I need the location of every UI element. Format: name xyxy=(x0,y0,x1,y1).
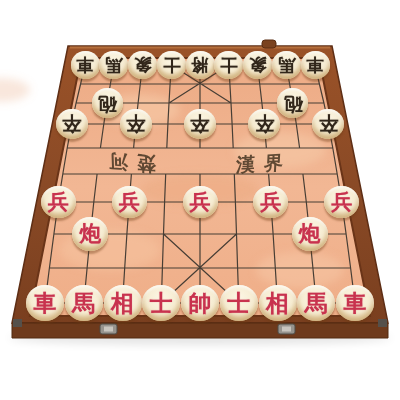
piece-red-soldier[interactable]: 兵 xyxy=(183,186,218,219)
piece-character: 兵 xyxy=(331,191,352,212)
piece-black-elephant[interactable]: 象 xyxy=(243,51,272,78)
piece-character: 相 xyxy=(111,292,134,315)
piece-character: 車 xyxy=(34,292,57,315)
piece-red-cannon[interactable]: 炮 xyxy=(292,217,328,251)
piece-red-cannon[interactable]: 炮 xyxy=(72,217,108,251)
piece-character: 士 xyxy=(163,56,180,73)
piece-character: 馬 xyxy=(305,292,328,315)
piece-black-chariot[interactable]: 車 xyxy=(71,51,100,78)
piece-character: 兵 xyxy=(119,191,140,212)
piece-red-advisor[interactable]: 士 xyxy=(142,285,180,321)
piece-black-horse[interactable]: 馬 xyxy=(272,51,301,78)
piece-red-horse[interactable]: 馬 xyxy=(297,285,335,321)
piece-black-advisor[interactable]: 士 xyxy=(157,51,186,78)
piece-black-soldier[interactable]: 卒 xyxy=(184,109,216,139)
piece-character: 象 xyxy=(134,56,151,73)
piece-character: 卒 xyxy=(190,114,209,133)
piece-red-soldier[interactable]: 兵 xyxy=(324,186,359,219)
piece-character: 車 xyxy=(306,56,323,73)
pieces-layer: 車馬象士將士象馬車砲砲卒卒卒卒卒兵兵兵兵兵炮炮車馬相士帥士相馬車 xyxy=(0,0,400,400)
piece-character: 士 xyxy=(227,292,250,315)
piece-red-chariot[interactable]: 車 xyxy=(26,285,64,321)
piece-character: 卒 xyxy=(126,114,145,133)
piece-black-soldier[interactable]: 卒 xyxy=(312,109,344,139)
piece-red-soldier[interactable]: 兵 xyxy=(41,186,76,219)
piece-red-elephant[interactable]: 相 xyxy=(104,285,142,321)
piece-character: 卒 xyxy=(319,114,338,133)
piece-black-cannon[interactable]: 砲 xyxy=(277,88,308,117)
piece-character: 兵 xyxy=(48,191,69,212)
piece-character: 卒 xyxy=(255,114,274,133)
piece-character: 砲 xyxy=(98,94,117,113)
piece-character: 卒 xyxy=(62,114,81,133)
piece-red-advisor[interactable]: 士 xyxy=(220,285,258,321)
piece-red-elephant[interactable]: 相 xyxy=(259,285,297,321)
piece-red-general[interactable]: 帥 xyxy=(181,285,219,321)
piece-character: 士 xyxy=(150,292,173,315)
piece-character: 將 xyxy=(191,56,208,73)
piece-character: 兵 xyxy=(190,191,211,212)
piece-red-chariot[interactable]: 車 xyxy=(336,285,374,321)
piece-black-general[interactable]: 將 xyxy=(186,51,215,78)
piece-black-advisor[interactable]: 士 xyxy=(214,51,243,78)
piece-black-soldier[interactable]: 卒 xyxy=(248,109,280,139)
piece-black-elephant[interactable]: 象 xyxy=(128,51,157,78)
piece-red-horse[interactable]: 馬 xyxy=(65,285,103,321)
piece-character: 炮 xyxy=(80,223,102,245)
piece-black-chariot[interactable]: 車 xyxy=(301,51,330,78)
piece-black-soldier[interactable]: 卒 xyxy=(56,109,88,139)
piece-black-cannon[interactable]: 砲 xyxy=(92,88,123,117)
piece-character: 馬 xyxy=(278,56,295,73)
piece-red-soldier[interactable]: 兵 xyxy=(253,186,288,219)
piece-red-soldier[interactable]: 兵 xyxy=(112,186,147,219)
piece-character: 馬 xyxy=(105,56,122,73)
piece-character: 相 xyxy=(266,292,289,315)
xiangqi-scene: 楚河 漢界 車馬象士將士象馬車砲砲卒卒卒卒卒兵兵兵兵兵炮炮車馬相士帥士相馬車 xyxy=(0,0,400,400)
piece-black-soldier[interactable]: 卒 xyxy=(120,109,152,139)
piece-character: 象 xyxy=(249,56,266,73)
piece-character: 帥 xyxy=(189,292,212,315)
piece-character: 砲 xyxy=(284,94,303,113)
piece-character: 車 xyxy=(76,56,93,73)
piece-character: 車 xyxy=(344,292,367,315)
piece-character: 馬 xyxy=(72,292,95,315)
piece-black-horse[interactable]: 馬 xyxy=(99,51,128,78)
piece-character: 士 xyxy=(220,56,237,73)
piece-character: 兵 xyxy=(260,191,281,212)
piece-character: 炮 xyxy=(299,223,321,245)
